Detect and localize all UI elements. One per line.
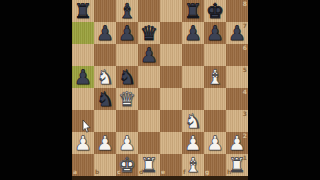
piece-black-pawn[interactable]: ♟ xyxy=(182,22,204,44)
square-e7[interactable] xyxy=(160,22,182,44)
piece-black-rook[interactable]: ♜ xyxy=(72,0,94,22)
piece-white-pawn[interactable]: ♟ xyxy=(94,132,116,154)
square-e6[interactable] xyxy=(160,44,182,66)
square-g4[interactable] xyxy=(204,88,226,110)
square-e3[interactable] xyxy=(160,110,182,132)
square-h1[interactable]: ♜1h xyxy=(226,154,248,176)
piece-black-rook[interactable]: ♜ xyxy=(182,0,204,22)
square-h6[interactable]: 6 xyxy=(226,44,248,66)
square-h5[interactable]: 5 xyxy=(226,66,248,88)
rank-label-4: 4 xyxy=(243,89,247,95)
square-a6[interactable] xyxy=(72,44,94,66)
square-d7[interactable]: ♛ xyxy=(138,22,160,44)
rank-label-5: 5 xyxy=(243,67,247,73)
square-a8[interactable]: ♜ xyxy=(72,0,94,22)
piece-white-pawn[interactable]: ♟ xyxy=(226,132,248,154)
square-g1[interactable]: g xyxy=(204,154,226,176)
square-g6[interactable] xyxy=(204,44,226,66)
right-letterbox xyxy=(248,0,320,180)
square-d2[interactable] xyxy=(138,132,160,154)
square-b8[interactable] xyxy=(94,0,116,22)
square-f7[interactable]: ♟ xyxy=(182,22,204,44)
file-label-b: b xyxy=(95,169,99,175)
rank-label-6: 6 xyxy=(243,45,247,51)
square-g3[interactable] xyxy=(204,110,226,132)
square-e5[interactable] xyxy=(160,66,182,88)
left-letterbox xyxy=(0,0,72,180)
square-b6[interactable] xyxy=(94,44,116,66)
square-a5[interactable]: ♟ xyxy=(72,66,94,88)
square-g2[interactable]: ♟ xyxy=(204,132,226,154)
square-d5[interactable] xyxy=(138,66,160,88)
square-h3[interactable]: 3 xyxy=(226,110,248,132)
square-a4[interactable] xyxy=(72,88,94,110)
square-e8[interactable] xyxy=(160,0,182,22)
rank-label-8: 8 xyxy=(243,1,247,7)
piece-black-pawn[interactable]: ♟ xyxy=(94,22,116,44)
square-c8[interactable]: ♝ xyxy=(116,0,138,22)
square-g8[interactable]: ♚ xyxy=(204,0,226,22)
square-c3[interactable] xyxy=(116,110,138,132)
square-a7[interactable] xyxy=(72,22,94,44)
square-c6[interactable] xyxy=(116,44,138,66)
piece-black-queen[interactable]: ♛ xyxy=(138,22,160,44)
file-label-g: g xyxy=(205,169,209,175)
piece-black-knight[interactable]: ♞ xyxy=(94,88,116,110)
square-f5[interactable] xyxy=(182,66,204,88)
square-d6[interactable]: ♟ xyxy=(138,44,160,66)
piece-white-knight[interactable]: ♞ xyxy=(94,66,116,88)
square-d8[interactable] xyxy=(138,0,160,22)
square-h4[interactable]: 4 xyxy=(226,88,248,110)
piece-white-pawn[interactable]: ♟ xyxy=(182,132,204,154)
square-b1[interactable]: b xyxy=(94,154,116,176)
square-b4[interactable]: ♞ xyxy=(94,88,116,110)
piece-white-rook[interactable]: ♜ xyxy=(226,154,248,176)
square-a2[interactable]: ♟ xyxy=(72,132,94,154)
square-h7[interactable]: ♟7 xyxy=(226,22,248,44)
piece-black-king[interactable]: ♚ xyxy=(204,0,226,22)
square-d1[interactable]: ♜d xyxy=(138,154,160,176)
square-c2[interactable]: ♟ xyxy=(116,132,138,154)
square-h8[interactable]: 8 xyxy=(226,0,248,22)
piece-white-queen[interactable]: ♛ xyxy=(116,88,138,110)
square-b2[interactable]: ♟ xyxy=(94,132,116,154)
square-c4[interactable]: ♛ xyxy=(116,88,138,110)
square-c7[interactable]: ♟ xyxy=(116,22,138,44)
rank-label-3: 3 xyxy=(243,111,247,117)
piece-black-pawn[interactable]: ♟ xyxy=(72,66,94,88)
square-d4[interactable] xyxy=(138,88,160,110)
square-f6[interactable] xyxy=(182,44,204,66)
file-label-a: a xyxy=(73,169,77,175)
square-f8[interactable]: ♜ xyxy=(182,0,204,22)
piece-black-pawn[interactable]: ♟ xyxy=(226,22,248,44)
square-a1[interactable]: a xyxy=(72,154,94,176)
piece-white-pawn[interactable]: ♟ xyxy=(72,132,94,154)
square-g5[interactable]: ♝ xyxy=(204,66,226,88)
chess-board[interactable]: ♜♝♜♚8♟♟♛♟♟♟7♟6♟♞♞♝5♞♛4♞3♟♟♟♟♟♟2ab♚c♜de♝f… xyxy=(72,0,248,180)
square-f3[interactable]: ♞ xyxy=(182,110,204,132)
piece-black-bishop[interactable]: ♝ xyxy=(116,0,138,22)
piece-black-pawn[interactable]: ♟ xyxy=(116,22,138,44)
mouse-cursor-icon xyxy=(82,120,91,133)
file-label-e: e xyxy=(161,169,165,175)
piece-white-pawn[interactable]: ♟ xyxy=(116,132,138,154)
square-c1[interactable]: ♚c xyxy=(116,154,138,176)
square-b3[interactable] xyxy=(94,110,116,132)
piece-white-king[interactable]: ♚ xyxy=(116,154,138,176)
piece-black-knight[interactable]: ♞ xyxy=(116,66,138,88)
piece-black-pawn[interactable]: ♟ xyxy=(204,22,226,44)
square-d3[interactable] xyxy=(138,110,160,132)
square-g7[interactable]: ♟ xyxy=(204,22,226,44)
piece-white-rook[interactable]: ♜ xyxy=(138,154,160,176)
piece-white-pawn[interactable]: ♟ xyxy=(204,132,226,154)
square-b7[interactable]: ♟ xyxy=(94,22,116,44)
square-f4[interactable] xyxy=(182,88,204,110)
piece-white-bishop[interactable]: ♝ xyxy=(182,154,204,176)
square-f2[interactable]: ♟ xyxy=(182,132,204,154)
piece-white-knight[interactable]: ♞ xyxy=(182,110,204,132)
piece-black-pawn[interactable]: ♟ xyxy=(138,44,160,66)
square-e1[interactable]: e xyxy=(160,154,182,176)
square-c5[interactable]: ♞ xyxy=(116,66,138,88)
square-b5[interactable]: ♞ xyxy=(94,66,116,88)
square-h2[interactable]: ♟2 xyxy=(226,132,248,154)
piece-white-bishop[interactable]: ♝ xyxy=(204,66,226,88)
app-canvas: ♜♝♜♚8♟♟♛♟♟♟7♟6♟♞♞♝5♞♛4♞3♟♟♟♟♟♟2ab♚c♜de♝f… xyxy=(0,0,320,180)
square-f1[interactable]: ♝f xyxy=(182,154,204,176)
square-e4[interactable] xyxy=(160,88,182,110)
square-e2[interactable] xyxy=(160,132,182,154)
